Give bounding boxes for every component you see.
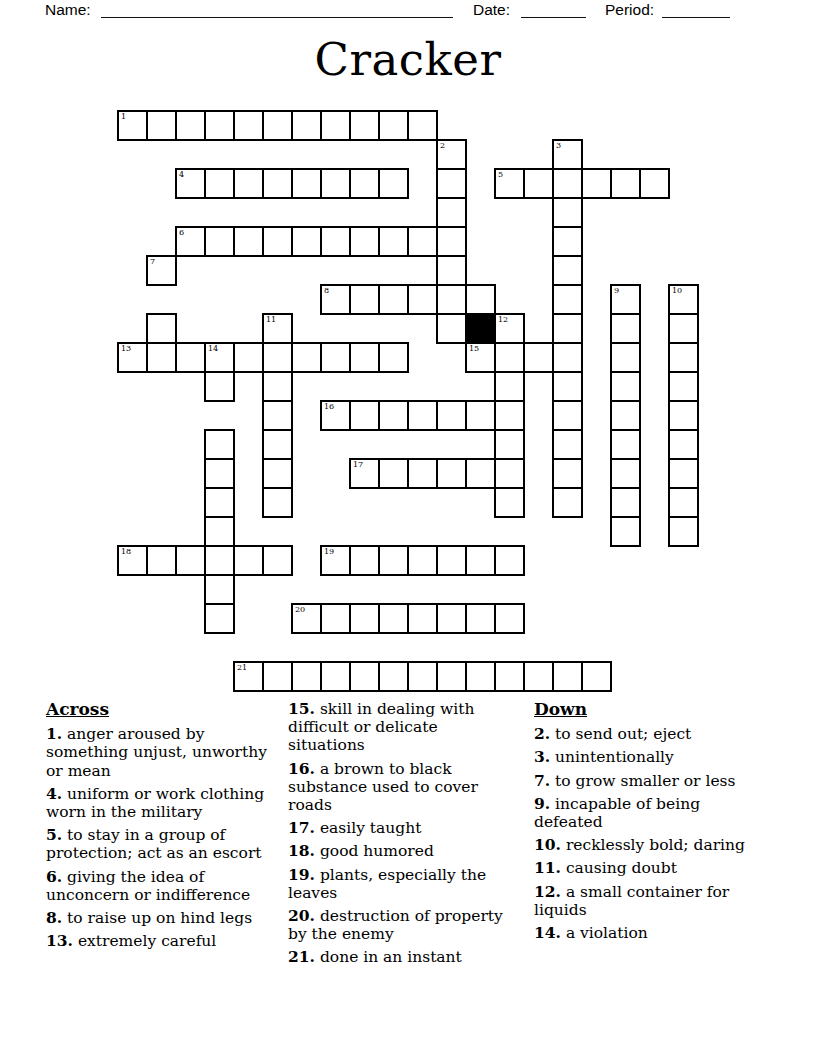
- grid-cell[interactable]: [668, 516, 699, 547]
- grid-cell[interactable]: 1: [117, 110, 148, 141]
- grid-cell[interactable]: [407, 110, 438, 141]
- clue-number: 3.: [534, 747, 550, 766]
- clue: 20. destruction of property by the enemy: [288, 907, 516, 943]
- clue: 15. skill in dealing with difficult or d…: [288, 700, 516, 755]
- grid-cell[interactable]: 8: [320, 284, 351, 315]
- grid-cell[interactable]: [378, 661, 409, 692]
- grid-cell[interactable]: [349, 342, 380, 373]
- grid-cell[interactable]: [436, 197, 467, 228]
- cell-number: 13: [121, 344, 131, 354]
- grid-cell[interactable]: [465, 603, 496, 634]
- clue-number: 13.: [46, 931, 73, 950]
- grid-cell[interactable]: [204, 226, 235, 257]
- blocked-cell: [465, 313, 496, 344]
- clue: 18. good humored: [288, 842, 516, 860]
- grid-cell[interactable]: [523, 342, 554, 373]
- grid-cell[interactable]: [320, 342, 351, 373]
- cell-number: 9: [614, 286, 619, 296]
- date-blank-line[interactable]: [521, 17, 586, 18]
- clue: 8. to raise up on hind legs: [46, 909, 280, 927]
- grid-cell[interactable]: [552, 226, 583, 257]
- period-label: Period:: [605, 1, 654, 19]
- grid-cell[interactable]: 19: [320, 545, 351, 576]
- grid-cell[interactable]: [262, 110, 293, 141]
- grid-cell[interactable]: [610, 168, 641, 199]
- grid-cell[interactable]: [465, 284, 496, 315]
- grid-cell[interactable]: [262, 429, 293, 460]
- grid-cell[interactable]: [378, 110, 409, 141]
- across-heading: Across: [46, 700, 280, 718]
- grid-cell[interactable]: [494, 342, 525, 373]
- down-heading: Down: [534, 700, 756, 718]
- across-clues-list-1: 1. anger aroused by something unjust, un…: [46, 725, 280, 950]
- grid-cell[interactable]: 14: [204, 342, 235, 373]
- grid-cell[interactable]: 3: [552, 139, 583, 170]
- cell-number: 18: [121, 547, 131, 557]
- grid-cell[interactable]: [552, 661, 583, 692]
- grid-cell[interactable]: [407, 545, 438, 576]
- grid-cell[interactable]: [639, 168, 670, 199]
- clue: 17. easily taught: [288, 819, 516, 837]
- grid-cell[interactable]: 4: [175, 168, 206, 199]
- clue: 7. to grow smaller or less: [534, 772, 756, 790]
- clue: 3. unintentionally: [534, 748, 756, 766]
- grid-cell[interactable]: [320, 603, 351, 634]
- clue-number: 17.: [288, 818, 315, 837]
- grid-cell[interactable]: [320, 226, 351, 257]
- grid-cell[interactable]: [494, 400, 525, 431]
- grid-cell[interactable]: [146, 313, 177, 344]
- grid-cell[interactable]: [668, 429, 699, 460]
- cell-number: 20: [295, 605, 305, 615]
- grid-cell[interactable]: [204, 516, 235, 547]
- grid-cell[interactable]: [262, 168, 293, 199]
- grid-cell[interactable]: 12: [494, 313, 525, 344]
- cell-number: 19: [324, 547, 334, 557]
- grid-cell[interactable]: [465, 545, 496, 576]
- grid-cell[interactable]: [349, 284, 380, 315]
- grid-cell[interactable]: [407, 661, 438, 692]
- grid-cell[interactable]: [436, 226, 467, 257]
- grid-cell[interactable]: [552, 284, 583, 315]
- grid-cell[interactable]: 15: [465, 342, 496, 373]
- clue: 1. anger aroused by something unjust, un…: [46, 725, 280, 780]
- grid-cell[interactable]: [610, 429, 641, 460]
- grid-cell[interactable]: [407, 400, 438, 431]
- grid-cell[interactable]: [291, 342, 322, 373]
- grid-cell[interactable]: [291, 168, 322, 199]
- grid-cell[interactable]: 16: [320, 400, 351, 431]
- down-clues-list: 2. to send out; eject3. unintentionally7…: [534, 725, 756, 942]
- grid-cell[interactable]: [436, 603, 467, 634]
- grid-cell[interactable]: [494, 661, 525, 692]
- grid-cell[interactable]: [407, 458, 438, 489]
- grid-cell[interactable]: [204, 371, 235, 402]
- clue: 4. uniform or work clothing worn in the …: [46, 785, 280, 821]
- grid-cell[interactable]: [233, 342, 264, 373]
- grid-cell[interactable]: [378, 168, 409, 199]
- grid-cell[interactable]: [349, 168, 380, 199]
- grid-cell[interactable]: 6: [175, 226, 206, 257]
- grid-cell[interactable]: 7: [146, 255, 177, 286]
- grid-cell[interactable]: [378, 226, 409, 257]
- grid-cell[interactable]: [552, 313, 583, 344]
- cell-number: 7: [150, 257, 155, 267]
- grid-cell[interactable]: [668, 458, 699, 489]
- grid-cell[interactable]: [610, 516, 641, 547]
- grid-cell[interactable]: [204, 110, 235, 141]
- grid-cell[interactable]: [349, 603, 380, 634]
- grid-cell[interactable]: [378, 545, 409, 576]
- grid-cell[interactable]: [204, 545, 235, 576]
- grid-cell[interactable]: [494, 458, 525, 489]
- cell-number: 1: [121, 112, 126, 122]
- grid-cell[interactable]: [233, 110, 264, 141]
- grid-cell[interactable]: [262, 545, 293, 576]
- grid-cell[interactable]: [494, 603, 525, 634]
- grid-cell[interactable]: [436, 255, 467, 286]
- cell-number: 16: [324, 402, 334, 412]
- down-clues-column: Down 2. to send out; eject3. unintention…: [534, 700, 756, 947]
- clue-number: 11.: [534, 858, 561, 877]
- clue-number: 18.: [288, 841, 315, 860]
- grid-cell[interactable]: 18: [117, 545, 148, 576]
- grid-cell[interactable]: [378, 603, 409, 634]
- grid-cell[interactable]: [610, 371, 641, 402]
- grid-cell[interactable]: [436, 458, 467, 489]
- grid-cell[interactable]: [668, 342, 699, 373]
- clue-number: 7.: [534, 771, 550, 790]
- grid-cell[interactable]: [436, 284, 467, 315]
- grid-cell[interactable]: [291, 661, 322, 692]
- grid-cell[interactable]: [175, 545, 206, 576]
- cell-number: 15: [469, 344, 479, 354]
- grid-cell[interactable]: [204, 429, 235, 460]
- grid-cell[interactable]: [668, 487, 699, 518]
- grid-cell[interactable]: [552, 168, 583, 199]
- grid-cell[interactable]: [349, 661, 380, 692]
- clue-number: 16.: [288, 759, 315, 778]
- clue-number: 20.: [288, 906, 315, 925]
- grid-cell[interactable]: [552, 255, 583, 286]
- clue: 10. recklessly bold; daring: [534, 836, 756, 854]
- clue: 9. incapable of being defeated: [534, 795, 756, 831]
- grid-cell[interactable]: [262, 487, 293, 518]
- grid-cell[interactable]: [349, 110, 380, 141]
- grid-cell[interactable]: [233, 168, 264, 199]
- grid-cell[interactable]: [407, 603, 438, 634]
- grid-cell[interactable]: [581, 661, 612, 692]
- grid-cell[interactable]: [146, 545, 177, 576]
- grid-cell[interactable]: [494, 371, 525, 402]
- grid-cell[interactable]: [262, 661, 293, 692]
- grid-cell[interactable]: [552, 371, 583, 402]
- cell-number: 2: [440, 141, 445, 151]
- grid-cell[interactable]: [233, 226, 264, 257]
- across-clues-column: Across 1. anger aroused by something unj…: [46, 700, 280, 955]
- clue-number: 21.: [288, 947, 315, 966]
- grid-cell[interactable]: [610, 458, 641, 489]
- grid-cell[interactable]: [349, 545, 380, 576]
- clue-number: 5.: [46, 825, 62, 844]
- grid-cell[interactable]: 17: [349, 458, 380, 489]
- cell-number: 3: [556, 141, 561, 151]
- cell-number: 11: [266, 315, 276, 325]
- grid-cell[interactable]: [378, 400, 409, 431]
- grid-cell[interactable]: [320, 110, 351, 141]
- grid-cell[interactable]: [610, 342, 641, 373]
- grid-cell[interactable]: 21: [233, 661, 264, 692]
- grid-cell[interactable]: [494, 545, 525, 576]
- grid-cell[interactable]: [494, 429, 525, 460]
- grid-cell[interactable]: [204, 458, 235, 489]
- cell-number: 8: [324, 286, 329, 296]
- grid-cell[interactable]: [552, 342, 583, 373]
- grid-cell[interactable]: [204, 487, 235, 518]
- clue: 19. plants, especially the leaves: [288, 866, 516, 902]
- grid-cell[interactable]: [262, 342, 293, 373]
- clue: 2. to send out; eject: [534, 725, 756, 743]
- grid-cell[interactable]: [465, 661, 496, 692]
- grid-cell[interactable]: 9: [610, 284, 641, 315]
- grid-cell[interactable]: 2: [436, 139, 467, 170]
- grid-cell[interactable]: [523, 661, 554, 692]
- grid-cell[interactable]: [436, 661, 467, 692]
- grid-cell[interactable]: [349, 400, 380, 431]
- grid-cell[interactable]: [581, 168, 612, 199]
- cell-number: 21: [237, 663, 247, 673]
- grid-cell[interactable]: [262, 371, 293, 402]
- grid-cell[interactable]: [552, 197, 583, 228]
- grid-cell[interactable]: [436, 313, 467, 344]
- cell-number: 17: [353, 460, 363, 470]
- cell-number: 6: [179, 228, 184, 238]
- clue-number: 2.: [534, 724, 550, 743]
- clue-number: 1.: [46, 724, 62, 743]
- across-clues-list-2: 15. skill in dealing with difficult or d…: [288, 700, 516, 967]
- cell-number: 14: [208, 344, 218, 354]
- clue: 11. causing doubt: [534, 859, 756, 877]
- clue: 16. a brown to black substance used to c…: [288, 760, 516, 815]
- clue-number: 8.: [46, 908, 62, 927]
- grid-cell[interactable]: 5: [494, 168, 525, 199]
- clue: 5. to stay in a group of protection; act…: [46, 826, 280, 862]
- across-clues-column-2: 15. skill in dealing with difficult or d…: [288, 700, 516, 972]
- cell-number: 12: [498, 315, 508, 325]
- grid-cell[interactable]: [610, 487, 641, 518]
- period-blank-line[interactable]: [662, 17, 730, 18]
- grid-cell[interactable]: [175, 342, 206, 373]
- name-blank-line[interactable]: [101, 17, 453, 18]
- grid-cell[interactable]: [262, 400, 293, 431]
- grid-cell[interactable]: [378, 284, 409, 315]
- grid-cell[interactable]: [233, 545, 264, 576]
- grid-cell[interactable]: [291, 226, 322, 257]
- clue-number: 10.: [534, 835, 561, 854]
- clue-number: 15.: [288, 699, 315, 718]
- clue-number: 4.: [46, 784, 62, 803]
- grid-cell[interactable]: [465, 400, 496, 431]
- name-label: Name:: [45, 1, 91, 19]
- grid-cell[interactable]: [668, 313, 699, 344]
- grid-cell[interactable]: [552, 400, 583, 431]
- grid-cell[interactable]: [320, 168, 351, 199]
- cell-number: 4: [179, 170, 184, 180]
- worksheet-page: Name: Date: Period: Cracker 123456789101…: [0, 0, 816, 1056]
- grid-cell[interactable]: [494, 487, 525, 518]
- grid-cell[interactable]: [552, 487, 583, 518]
- grid-cell[interactable]: [436, 545, 467, 576]
- grid-cell[interactable]: 10: [668, 284, 699, 315]
- clue-number: 12.: [534, 882, 561, 901]
- grid-cell[interactable]: [320, 661, 351, 692]
- grid-cell[interactable]: [610, 400, 641, 431]
- grid-cell[interactable]: [204, 603, 235, 634]
- grid-cell[interactable]: [262, 458, 293, 489]
- grid-cell[interactable]: [204, 168, 235, 199]
- grid-cell[interactable]: [610, 313, 641, 344]
- grid-cell[interactable]: [668, 400, 699, 431]
- grid-cell[interactable]: [552, 458, 583, 489]
- clue: 21. done in an instant: [288, 948, 516, 966]
- grid-cell[interactable]: [465, 458, 496, 489]
- grid-cell[interactable]: [146, 110, 177, 141]
- grid-cell[interactable]: [378, 342, 409, 373]
- grid-cell[interactable]: [407, 284, 438, 315]
- clue-number: 14.: [534, 923, 561, 942]
- grid-cell[interactable]: [262, 226, 293, 257]
- grid-cell[interactable]: [204, 574, 235, 605]
- clue: 6. giving the idea of unconcern or indif…: [46, 868, 280, 904]
- grid-cell[interactable]: 11: [262, 313, 293, 344]
- grid-cell[interactable]: [378, 458, 409, 489]
- date-label: Date:: [473, 1, 510, 19]
- cell-number: 10: [672, 286, 682, 296]
- grid-cell[interactable]: [436, 400, 467, 431]
- grid-cell[interactable]: [291, 110, 322, 141]
- grid-cell[interactable]: [175, 110, 206, 141]
- grid-cell[interactable]: [407, 226, 438, 257]
- cell-number: 5: [498, 170, 503, 180]
- crossword-grid: 123456789101112131415161718192021: [117, 110, 700, 693]
- clue: 14. a violation: [534, 924, 756, 942]
- clue-number: 9.: [534, 794, 550, 813]
- grid-cell[interactable]: [146, 342, 177, 373]
- grid-cell[interactable]: [523, 168, 554, 199]
- puzzle-title: Cracker: [0, 33, 816, 86]
- clue: 13. extremely careful: [46, 932, 280, 950]
- grid-cell[interactable]: [436, 168, 467, 199]
- grid-cell[interactable]: [552, 429, 583, 460]
- grid-cell[interactable]: 20: [291, 603, 322, 634]
- clue: 12. a small container for liquids: [534, 883, 756, 919]
- grid-cell[interactable]: [668, 371, 699, 402]
- clue-number: 19.: [288, 865, 315, 884]
- grid-cell[interactable]: 13: [117, 342, 148, 373]
- clue-number: 6.: [46, 867, 62, 886]
- grid-cell[interactable]: [349, 226, 380, 257]
